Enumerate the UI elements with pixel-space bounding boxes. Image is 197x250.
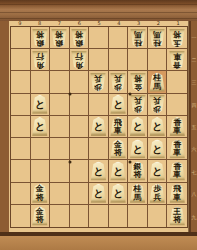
square-4-9[interactable]	[109, 205, 129, 227]
piece-kanji: 桂	[153, 38, 161, 46]
piece-と-3-6[interactable]: と	[129, 139, 146, 158]
rank-label: 二	[191, 48, 197, 70]
piece-銀将-3-7[interactable]: 銀将	[129, 161, 146, 180]
square-9-6[interactable]	[11, 138, 31, 160]
square-2-8[interactable]: 歩兵	[148, 183, 168, 205]
square-8-2[interactable]: 角行	[31, 49, 51, 71]
square-3-9[interactable]	[128, 205, 148, 227]
square-4-4[interactable]: と	[109, 94, 129, 116]
square-7-8[interactable]	[50, 183, 70, 205]
square-1-2[interactable]: 香車	[167, 49, 187, 71]
piece-金将-8-9[interactable]: 金将	[31, 206, 48, 225]
square-1-1[interactable]: 玉将	[167, 27, 187, 49]
square-9-9[interactable]	[11, 205, 31, 227]
piece-kanji: 銀	[36, 38, 44, 46]
piece-角行-6-2[interactable]: 角行	[70, 50, 87, 69]
square-2-7[interactable]: と	[148, 160, 168, 182]
piece-と-8-5[interactable]: と	[31, 117, 48, 136]
hoshi-dot	[69, 93, 72, 96]
piece-kanji: 銀	[55, 38, 63, 46]
piece-kanji: と	[113, 188, 123, 199]
square-3-5[interactable]: と	[128, 116, 148, 138]
square-7-1[interactable]: 銀将	[50, 27, 70, 49]
piece-kanji: 玉	[173, 38, 181, 46]
piece-kanji: 馬	[134, 29, 142, 37]
square-5-3[interactable]: 歩兵	[89, 71, 109, 93]
rank-label: 九	[191, 206, 197, 228]
rank-label: 五	[191, 116, 197, 138]
piece-歩兵-5-3[interactable]: 歩兵	[90, 73, 107, 92]
piece-kanji: 車	[173, 193, 181, 201]
square-9-5[interactable]	[11, 116, 31, 138]
piece-kanji: 車	[173, 171, 181, 179]
square-9-7[interactable]	[11, 160, 31, 182]
square-4-6[interactable]: 金将	[109, 138, 129, 160]
square-8-3[interactable]	[31, 71, 51, 93]
square-5-6[interactable]	[89, 138, 109, 160]
piece-と-3-5[interactable]: と	[129, 117, 146, 136]
file-label: 9	[10, 21, 30, 26]
square-8-6[interactable]	[31, 138, 51, 160]
piece-kanji: と	[35, 121, 45, 132]
piece-と-4-4[interactable]: と	[110, 95, 127, 114]
piece-香車-1-5[interactable]: 香車	[169, 117, 186, 136]
square-3-3[interactable]: 金将	[128, 71, 148, 93]
piece-と-5-7[interactable]: と	[90, 161, 107, 180]
piece-kanji: 兵	[153, 96, 161, 104]
square-2-9[interactable]	[148, 205, 168, 227]
square-4-1[interactable]	[109, 27, 129, 49]
square-6-2[interactable]: 角行	[70, 49, 90, 71]
piece-kanji: と	[132, 121, 142, 132]
file-label: 3	[129, 21, 149, 26]
hoshi-dot	[128, 93, 131, 96]
square-4-7[interactable]: と	[109, 160, 129, 182]
piece-kanji: と	[152, 143, 162, 154]
top-wood-panel	[0, 0, 197, 21]
piece-kanji: 将	[36, 193, 44, 201]
piece-と-5-5[interactable]: と	[90, 117, 107, 136]
square-5-5[interactable]: と	[89, 116, 109, 138]
piece-kanji: 将	[173, 29, 181, 37]
piece-桂馬-2-3[interactable]: 桂馬	[149, 73, 166, 92]
piece-歩兵-3-4[interactable]: 歩兵	[129, 95, 146, 114]
square-7-7[interactable]	[50, 160, 70, 182]
piece-と-2-7[interactable]: と	[149, 161, 166, 180]
wood-grain-line	[0, 12, 197, 13]
square-6-6[interactable]	[70, 138, 90, 160]
square-8-7[interactable]	[31, 160, 51, 182]
square-1-7[interactable]: 香車	[167, 160, 187, 182]
shogi-app: 987654321 銀将銀将銀将桂馬桂馬玉将角行角行香車歩兵歩兵金将桂馬とと歩兵…	[0, 0, 197, 250]
piece-kanji: 歩	[114, 82, 122, 90]
piece-kanji: 将	[134, 74, 142, 82]
square-6-5[interactable]	[70, 116, 90, 138]
square-4-2[interactable]	[109, 49, 129, 71]
piece-kanji: 銀	[75, 38, 83, 46]
piece-王将-1-9[interactable]: 王将	[169, 206, 186, 225]
piece-kanji: 兵	[114, 74, 122, 82]
piece-kanji: と	[132, 143, 142, 154]
square-5-9[interactable]	[89, 205, 109, 227]
piece-玉将-1-1[interactable]: 玉将	[169, 28, 186, 47]
piece-kanji: 金	[134, 82, 142, 90]
piece-kanji: 馬	[153, 82, 161, 90]
square-6-9[interactable]	[70, 205, 90, 227]
file-label: 4	[109, 21, 129, 26]
rank-label: 一	[191, 26, 197, 48]
piece-飛車-4-5[interactable]: 飛車	[110, 117, 127, 136]
piece-kanji: 馬	[134, 193, 142, 201]
piece-と-4-7[interactable]: と	[110, 161, 127, 180]
square-6-3[interactable]	[70, 71, 90, 93]
piece-歩兵-2-4[interactable]: 歩兵	[149, 95, 166, 114]
square-7-6[interactable]	[50, 138, 70, 160]
square-8-9[interactable]: 金将	[31, 205, 51, 227]
square-8-8[interactable]: 金将	[31, 183, 51, 205]
square-1-3[interactable]	[167, 71, 187, 93]
file-label: 1	[168, 21, 188, 26]
piece-kanji: 兵	[94, 74, 102, 82]
square-3-8[interactable]: 桂馬	[128, 183, 148, 205]
square-2-5[interactable]: と	[148, 116, 168, 138]
piece-kanji: 将	[173, 216, 181, 224]
piece-銀将-7-1[interactable]: 銀将	[51, 28, 68, 47]
square-2-4[interactable]: 歩兵	[148, 94, 168, 116]
piece-と-4-8[interactable]: と	[110, 184, 127, 203]
square-8-4[interactable]: と	[31, 94, 51, 116]
square-1-8[interactable]: 飛車	[167, 183, 187, 205]
square-4-5[interactable]: 飛車	[109, 116, 129, 138]
piece-と-5-8[interactable]: と	[90, 184, 107, 203]
piece-kanji: 行	[36, 52, 44, 60]
piece-飛車-1-8[interactable]: 飛車	[169, 184, 186, 203]
piece-歩兵-2-8[interactable]: 歩兵	[149, 184, 166, 203]
square-9-8[interactable]	[11, 183, 31, 205]
piece-kanji: 将	[134, 171, 142, 179]
square-6-1[interactable]: 銀将	[70, 27, 90, 49]
piece-kanji: 兵	[134, 96, 142, 104]
piece-金将-4-6[interactable]: 金将	[110, 139, 127, 158]
square-3-4[interactable]: 歩兵	[128, 94, 148, 116]
hoshi-dot	[69, 160, 72, 163]
piece-と-8-4[interactable]: と	[31, 95, 48, 114]
piece-と-2-5[interactable]: と	[149, 117, 166, 136]
piece-kanji: と	[93, 165, 103, 176]
piece-kanji: 将	[36, 216, 44, 224]
rank-label: 七	[191, 161, 197, 183]
square-2-6[interactable]: と	[148, 138, 168, 160]
piece-kanji: 歩	[134, 104, 142, 112]
square-8-5[interactable]: と	[31, 116, 51, 138]
square-3-6[interactable]: と	[128, 138, 148, 160]
piece-香車-1-6[interactable]: 香車	[169, 139, 186, 158]
piece-kanji: 馬	[153, 29, 161, 37]
rank-label: 三	[191, 71, 197, 93]
square-9-1[interactable]	[11, 27, 31, 49]
square-7-3[interactable]	[50, 71, 70, 93]
square-5-4[interactable]	[89, 94, 109, 116]
square-1-5[interactable]: 香車	[167, 116, 187, 138]
piece-香車-1-7[interactable]: 香車	[169, 161, 186, 180]
piece-kanji: と	[35, 99, 45, 110]
bottom-wood-panel	[0, 236, 197, 250]
square-5-7[interactable]: と	[89, 160, 109, 182]
square-1-9[interactable]: 王将	[167, 205, 187, 227]
piece-kanji: と	[113, 165, 123, 176]
square-2-3[interactable]: 桂馬	[148, 71, 168, 93]
file-label: 8	[30, 21, 50, 26]
piece-kanji: 車	[114, 126, 122, 134]
piece-kanji: 将	[114, 149, 122, 157]
piece-金将-3-3[interactable]: 金将	[129, 73, 146, 92]
square-5-1[interactable]	[89, 27, 109, 49]
piece-香車-1-2[interactable]: 香車	[169, 50, 186, 69]
piece-kanji: 将	[55, 29, 63, 37]
piece-と-2-6[interactable]: と	[149, 139, 166, 158]
square-1-4[interactable]	[167, 94, 187, 116]
piece-銀将-6-1[interactable]: 銀将	[70, 28, 87, 47]
square-7-4[interactable]	[50, 94, 70, 116]
piece-角行-8-2[interactable]: 角行	[31, 50, 48, 69]
square-3-7[interactable]: 銀将	[128, 160, 148, 182]
square-9-3[interactable]	[11, 71, 31, 93]
square-5-2[interactable]	[89, 49, 109, 71]
piece-kanji: 桂	[134, 38, 142, 46]
square-9-4[interactable]	[11, 94, 31, 116]
square-5-8[interactable]: と	[89, 183, 109, 205]
piece-kanji: 歩	[94, 82, 102, 90]
piece-kanji: 行	[75, 52, 83, 60]
piece-kanji: 歩	[153, 104, 161, 112]
piece-kanji: 角	[75, 60, 83, 68]
piece-kanji: 将	[36, 29, 44, 37]
piece-kanji: と	[152, 165, 162, 176]
square-7-2[interactable]	[50, 49, 70, 71]
wood-grain-line	[0, 4, 197, 5]
piece-桂馬-3-8[interactable]: 桂馬	[129, 184, 146, 203]
rank-coordinates: 一二三四五六七八九	[191, 26, 197, 228]
file-label: 5	[89, 21, 109, 26]
piece-銀将-8-1[interactable]: 銀将	[31, 28, 48, 47]
rank-label: 六	[191, 138, 197, 160]
piece-kanji: 車	[173, 52, 181, 60]
piece-kanji: 角	[36, 60, 44, 68]
piece-桂馬-2-1[interactable]: 桂馬	[149, 28, 166, 47]
square-6-7[interactable]	[70, 160, 90, 182]
square-7-5[interactable]	[50, 116, 70, 138]
square-1-6[interactable]: 香車	[167, 138, 187, 160]
square-6-8[interactable]	[70, 183, 90, 205]
file-label: 7	[50, 21, 70, 26]
square-3-1[interactable]: 桂馬	[128, 27, 148, 49]
square-3-2[interactable]	[128, 49, 148, 71]
square-2-1[interactable]: 桂馬	[148, 27, 168, 49]
piece-kanji: と	[93, 188, 103, 199]
square-4-3[interactable]: 歩兵	[109, 71, 129, 93]
square-2-2[interactable]	[148, 49, 168, 71]
piece-kanji: と	[93, 121, 103, 132]
file-label: 2	[148, 21, 168, 26]
piece-kanji: 兵	[153, 193, 161, 201]
piece-桂馬-3-1[interactable]: 桂馬	[129, 28, 146, 47]
piece-kanji: 車	[173, 149, 181, 157]
piece-kanji: と	[113, 99, 123, 110]
piece-kanji: 香	[173, 60, 181, 68]
piece-金将-8-8[interactable]: 金将	[31, 184, 48, 203]
square-6-4[interactable]	[70, 94, 90, 116]
square-8-1[interactable]: 銀将	[31, 27, 51, 49]
shogi-board: 987654321 銀将銀将銀将桂馬桂馬玉将角行角行香車歩兵歩兵金将桂馬とと歩兵…	[9, 21, 189, 233]
file-label: 6	[69, 21, 89, 26]
rank-label: 四	[191, 93, 197, 115]
piece-kanji: 将	[75, 29, 83, 37]
square-4-8[interactable]: と	[109, 183, 129, 205]
piece-kanji: 車	[173, 126, 181, 134]
piece-歩兵-4-3[interactable]: 歩兵	[110, 73, 127, 92]
piece-kanji: と	[152, 121, 162, 132]
rank-label: 八	[191, 183, 197, 205]
board-right-shadow	[188, 21, 191, 233]
square-7-9[interactable]	[50, 205, 70, 227]
hoshi-dot	[128, 160, 131, 163]
board-grid: 銀将銀将銀将桂馬桂馬玉将角行角行香車歩兵歩兵金将桂馬とと歩兵歩兵とと飛車とと香車…	[10, 26, 188, 228]
square-9-2[interactable]	[11, 49, 31, 71]
